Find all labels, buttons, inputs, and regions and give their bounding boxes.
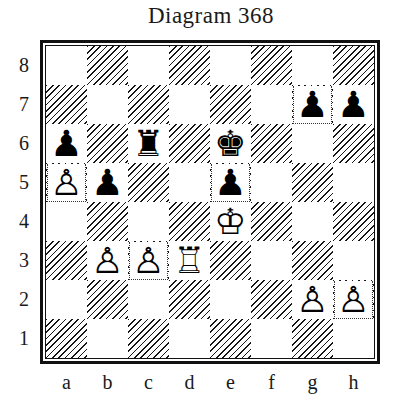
square-c5[interactable] [128,163,169,202]
square-b7[interactable] [87,85,128,124]
square-f3[interactable] [251,241,292,280]
square-g2[interactable]: ♙ [292,280,333,319]
square-g8[interactable] [292,46,333,85]
rank-label-7: 7 [13,85,35,124]
square-h8[interactable] [333,46,374,85]
file-label-e: e [210,369,251,395]
file-label-h: h [333,369,374,395]
square-f4[interactable] [251,202,292,241]
white-rook-d3[interactable]: ♖ [173,241,205,280]
square-c3[interactable]: ♙ [128,241,169,280]
square-b2[interactable] [87,280,128,319]
square-h6[interactable] [333,124,374,163]
square-b5[interactable]: ♟ [87,163,128,202]
white-pawn-g2[interactable]: ♙ [296,280,328,319]
square-e5[interactable]: ♟ [210,163,251,202]
file-label-c: c [128,369,169,395]
rank-label-3: 3 [13,241,35,280]
square-g5[interactable] [292,163,333,202]
file-label-f: f [251,369,292,395]
square-b3[interactable]: ♙ [87,241,128,280]
square-f6[interactable] [251,124,292,163]
square-d3[interactable]: ♖ [169,241,210,280]
file-label-g: g [292,369,333,395]
square-e2[interactable] [210,280,251,319]
white-pawn-c3[interactable]: ♙ [129,242,167,280]
file-label-a: a [46,369,87,395]
square-f2[interactable] [251,280,292,319]
square-c2[interactable] [128,280,169,319]
white-pawn-h2[interactable]: ♙ [334,281,372,319]
square-f1[interactable] [251,319,292,358]
square-e8[interactable] [210,46,251,85]
square-f7[interactable] [251,85,292,124]
square-h5[interactable] [333,163,374,202]
square-a7[interactable] [46,85,87,124]
square-c7[interactable] [128,85,169,124]
rank-label-2: 2 [13,280,35,319]
square-b1[interactable] [87,319,128,358]
file-label-b: b [87,369,128,395]
square-d7[interactable] [169,85,210,124]
square-d2[interactable] [169,280,210,319]
square-f8[interactable] [251,46,292,85]
square-b8[interactable] [87,46,128,85]
black-pawn-g7[interactable]: ♟ [293,86,331,124]
rank-label-8: 8 [13,46,35,85]
square-g1[interactable] [292,319,333,358]
square-c4[interactable] [128,202,169,241]
square-d4[interactable] [169,202,210,241]
square-d8[interactable] [169,46,210,85]
black-pawn-e5[interactable]: ♟ [211,164,249,202]
black-rook-c6[interactable]: ♜ [132,124,164,163]
square-b6[interactable] [87,124,128,163]
file-label-d: d [169,369,210,395]
square-g7[interactable]: ♟ [292,85,333,124]
white-pawn-b3[interactable]: ♙ [91,241,123,280]
square-e7[interactable] [210,85,251,124]
square-h4[interactable] [333,202,374,241]
square-a6[interactable]: ♟ [46,124,87,163]
rank-labels: 87654321 [13,46,35,358]
black-pawn-h7[interactable]: ♟ [337,85,369,124]
square-h3[interactable] [333,241,374,280]
rank-label-5: 5 [13,163,35,202]
square-e6[interactable]: ♚ [210,124,251,163]
square-e1[interactable] [210,319,251,358]
square-g4[interactable] [292,202,333,241]
white-pawn-a5[interactable]: ♙ [47,164,85,202]
rank-label-6: 6 [13,124,35,163]
square-a5[interactable]: ♙ [46,163,87,202]
rank-label-4: 4 [13,202,35,241]
black-pawn-b5[interactable]: ♟ [91,163,123,202]
square-h7[interactable]: ♟ [333,85,374,124]
square-e3[interactable] [210,241,251,280]
square-h1[interactable] [333,319,374,358]
file-labels: abcdefgh [46,369,374,395]
square-a2[interactable] [46,280,87,319]
square-d5[interactable] [169,163,210,202]
square-g3[interactable] [292,241,333,280]
square-a8[interactable] [46,46,87,85]
square-c1[interactable] [128,319,169,358]
square-c8[interactable] [128,46,169,85]
black-pawn-a6[interactable]: ♟ [50,124,82,163]
diagram-title: Diagram 368 [40,3,382,29]
square-h2[interactable]: ♙ [333,280,374,319]
square-a4[interactable] [46,202,87,241]
square-d1[interactable] [169,319,210,358]
square-g6[interactable] [292,124,333,163]
black-king-e6[interactable]: ♚ [214,124,246,163]
chess-board: ♟♟♟♜♚♙♟♟♔♙♙♖♙♙ [40,40,380,364]
board-grid: ♟♟♟♜♚♙♟♟♔♙♙♖♙♙ [45,45,375,359]
diagram-page: Diagram 368 87654321 ♟♟♟♜♚♙♟♟♔♙♙♖♙♙ abcd… [0,0,400,400]
square-a3[interactable] [46,241,87,280]
square-c6[interactable]: ♜ [128,124,169,163]
square-b4[interactable] [87,202,128,241]
white-king-e4[interactable]: ♔ [214,202,246,241]
square-d6[interactable] [169,124,210,163]
square-a1[interactable] [46,319,87,358]
square-e4[interactable]: ♔ [210,202,251,241]
square-f5[interactable] [251,163,292,202]
rank-label-1: 1 [13,319,35,358]
